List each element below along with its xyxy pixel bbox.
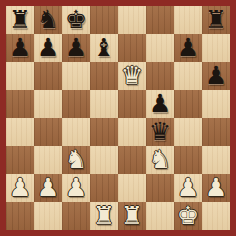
square-f3[interactable]: ♞ — [146, 146, 174, 174]
square-c2[interactable]: ♟ — [62, 174, 90, 202]
square-a8[interactable]: ♜ — [6, 6, 34, 34]
square-f5[interactable]: ♟ — [146, 90, 174, 118]
piece-black-king[interactable]: ♚ — [65, 6, 87, 34]
square-f6[interactable] — [146, 62, 174, 90]
square-d1[interactable]: ♜ — [90, 202, 118, 230]
piece-white-queen[interactable]: ♛ — [121, 62, 143, 90]
square-b7[interactable]: ♟ — [34, 34, 62, 62]
square-c6[interactable] — [62, 62, 90, 90]
chess-board: ♜♞♚♜♟♟♟♝♟♛♟♟♛♞♞♟♟♟♟♟♜♜♚ — [6, 6, 230, 230]
piece-black-bishop[interactable]: ♝ — [93, 34, 115, 62]
square-d6[interactable] — [90, 62, 118, 90]
square-g6[interactable] — [174, 62, 202, 90]
square-h5[interactable] — [202, 90, 230, 118]
square-c8[interactable]: ♚ — [62, 6, 90, 34]
piece-white-pawn[interactable]: ♟ — [9, 174, 31, 202]
square-b6[interactable] — [34, 62, 62, 90]
piece-white-pawn[interactable]: ♟ — [177, 174, 199, 202]
board-frame: ♜♞♚♜♟♟♟♝♟♛♟♟♛♞♞♟♟♟♟♟♜♜♚ — [0, 0, 236, 236]
piece-white-pawn[interactable]: ♟ — [205, 174, 227, 202]
square-e5[interactable] — [118, 90, 146, 118]
square-d7[interactable]: ♝ — [90, 34, 118, 62]
square-d4[interactable] — [90, 118, 118, 146]
square-b3[interactable] — [34, 146, 62, 174]
square-c3[interactable]: ♞ — [62, 146, 90, 174]
square-c7[interactable]: ♟ — [62, 34, 90, 62]
square-g8[interactable] — [174, 6, 202, 34]
piece-black-pawn[interactable]: ♟ — [177, 34, 199, 62]
square-g1[interactable]: ♚ — [174, 202, 202, 230]
square-e7[interactable] — [118, 34, 146, 62]
piece-black-pawn[interactable]: ♟ — [37, 34, 59, 62]
square-g3[interactable] — [174, 146, 202, 174]
square-a4[interactable] — [6, 118, 34, 146]
piece-black-pawn[interactable]: ♟ — [65, 34, 87, 62]
piece-black-pawn[interactable]: ♟ — [9, 34, 31, 62]
square-h1[interactable] — [202, 202, 230, 230]
square-c5[interactable] — [62, 90, 90, 118]
square-d2[interactable] — [90, 174, 118, 202]
piece-black-queen[interactable]: ♛ — [149, 118, 171, 146]
square-f4[interactable]: ♛ — [146, 118, 174, 146]
square-e1[interactable]: ♜ — [118, 202, 146, 230]
piece-white-rook[interactable]: ♜ — [93, 202, 115, 230]
square-h8[interactable]: ♜ — [202, 6, 230, 34]
piece-white-pawn[interactable]: ♟ — [37, 174, 59, 202]
square-g5[interactable] — [174, 90, 202, 118]
square-b1[interactable] — [34, 202, 62, 230]
square-b4[interactable] — [34, 118, 62, 146]
piece-white-pawn[interactable]: ♟ — [65, 174, 87, 202]
piece-black-pawn[interactable]: ♟ — [149, 90, 171, 118]
square-e6[interactable]: ♛ — [118, 62, 146, 90]
square-b8[interactable]: ♞ — [34, 6, 62, 34]
square-a5[interactable] — [6, 90, 34, 118]
piece-white-king[interactable]: ♚ — [177, 202, 199, 230]
square-a2[interactable]: ♟ — [6, 174, 34, 202]
square-a7[interactable]: ♟ — [6, 34, 34, 62]
piece-white-rook[interactable]: ♜ — [121, 202, 143, 230]
square-f7[interactable] — [146, 34, 174, 62]
square-f2[interactable] — [146, 174, 174, 202]
square-a6[interactable] — [6, 62, 34, 90]
square-d3[interactable] — [90, 146, 118, 174]
square-b5[interactable] — [34, 90, 62, 118]
piece-black-rook[interactable]: ♜ — [205, 6, 227, 34]
piece-black-pawn[interactable]: ♟ — [205, 62, 227, 90]
square-g2[interactable]: ♟ — [174, 174, 202, 202]
square-b2[interactable]: ♟ — [34, 174, 62, 202]
square-e2[interactable] — [118, 174, 146, 202]
square-e3[interactable] — [118, 146, 146, 174]
square-e8[interactable] — [118, 6, 146, 34]
piece-black-knight[interactable]: ♞ — [37, 6, 59, 34]
square-a1[interactable] — [6, 202, 34, 230]
square-g7[interactable]: ♟ — [174, 34, 202, 62]
square-a3[interactable] — [6, 146, 34, 174]
square-f8[interactable] — [146, 6, 174, 34]
piece-white-knight[interactable]: ♞ — [149, 146, 171, 174]
square-c1[interactable] — [62, 202, 90, 230]
square-h6[interactable]: ♟ — [202, 62, 230, 90]
square-e4[interactable] — [118, 118, 146, 146]
square-c4[interactable] — [62, 118, 90, 146]
square-d8[interactable] — [90, 6, 118, 34]
square-g4[interactable] — [174, 118, 202, 146]
piece-white-knight[interactable]: ♞ — [65, 146, 87, 174]
square-h3[interactable] — [202, 146, 230, 174]
square-h7[interactable] — [202, 34, 230, 62]
square-h2[interactable]: ♟ — [202, 174, 230, 202]
square-f1[interactable] — [146, 202, 174, 230]
piece-black-rook[interactable]: ♜ — [9, 6, 31, 34]
square-h4[interactable] — [202, 118, 230, 146]
square-d5[interactable] — [90, 90, 118, 118]
